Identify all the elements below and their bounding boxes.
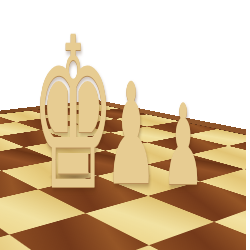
chessboard-photo: ♚ ♟ ♟ (0, 0, 250, 250)
background-margin (246, 108, 250, 250)
white-pawn-piece-small: ♟ (159, 89, 206, 201)
white-pawn-piece: ♟ (102, 65, 161, 205)
